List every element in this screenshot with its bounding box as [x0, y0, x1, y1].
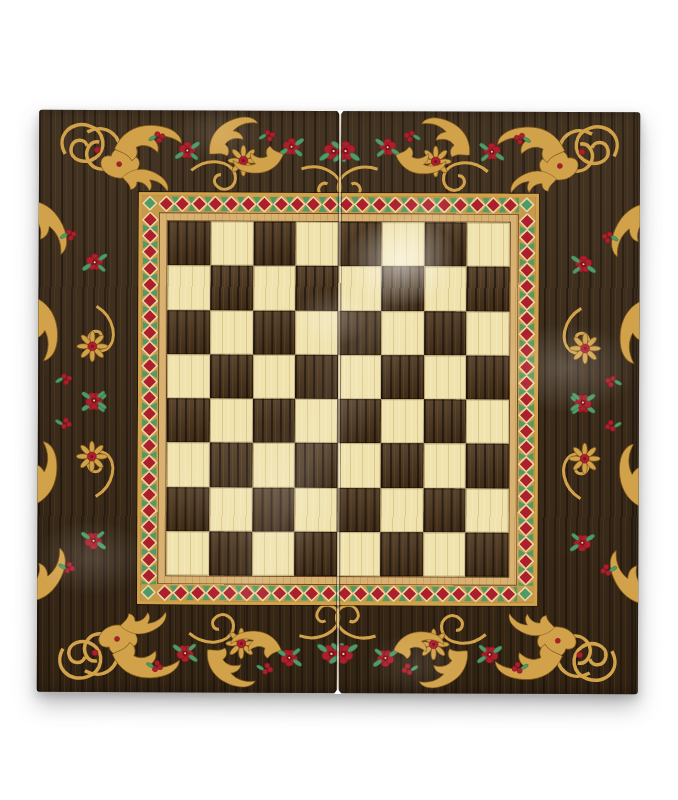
board-square[interactable] — [252, 399, 295, 443]
diamond-cell — [470, 197, 486, 214]
board-square[interactable] — [296, 266, 339, 310]
diamond-cell — [371, 196, 387, 213]
diamond-cell — [141, 487, 158, 503]
frame-corner — [142, 195, 159, 212]
diamond-cell — [157, 584, 173, 601]
diamond-cell — [306, 196, 322, 213]
diamond-cell — [141, 471, 158, 487]
diamond-cell — [403, 585, 419, 602]
diamond-cell — [304, 585, 320, 602]
diamond-cell — [140, 552, 157, 568]
diamond-cell — [484, 586, 500, 603]
diamond-cell — [190, 584, 206, 601]
diamond-cell — [502, 197, 518, 214]
diamond-cell — [141, 358, 158, 374]
board-square[interactable] — [424, 267, 467, 311]
diamond-cell — [518, 440, 535, 456]
diamond-cell — [142, 228, 159, 244]
diamond-cell — [141, 309, 158, 325]
board-square[interactable] — [380, 488, 423, 532]
diamond-cell — [337, 585, 353, 602]
diamond-cell — [518, 392, 535, 408]
diamond-cell — [435, 585, 451, 602]
board-square[interactable] — [337, 487, 380, 531]
diamond-cell — [518, 473, 535, 489]
board-square[interactable] — [338, 310, 381, 354]
diamond-cell — [468, 586, 484, 603]
diamond-cell — [518, 489, 535, 505]
board-square[interactable] — [338, 355, 381, 399]
board-square[interactable] — [167, 398, 210, 442]
board-square[interactable] — [466, 400, 509, 444]
board-square[interactable] — [166, 531, 209, 575]
diamond-cell — [140, 503, 157, 519]
diamond-cell — [239, 585, 255, 602]
diamond-cell — [206, 584, 222, 601]
board-square[interactable] — [253, 266, 296, 310]
diamond-cell — [141, 342, 158, 358]
diamond-cell — [159, 195, 175, 212]
diamond-cell — [518, 424, 535, 440]
diamond-cell — [437, 196, 453, 213]
board-square[interactable] — [253, 354, 296, 398]
diamond-cell — [141, 422, 158, 438]
board-square[interactable] — [296, 222, 339, 266]
board-square[interactable] — [381, 222, 424, 266]
diamond-band-left — [140, 212, 159, 584]
board-square[interactable] — [209, 531, 252, 575]
diamond-cell — [519, 262, 536, 278]
board-square[interactable] — [294, 532, 337, 576]
board-square[interactable] — [210, 310, 253, 354]
board-square[interactable] — [210, 266, 253, 310]
board-square[interactable] — [338, 399, 381, 443]
board-square[interactable] — [465, 532, 508, 576]
diamond-cell — [353, 585, 369, 602]
diamond-cell — [339, 196, 355, 213]
diamond-cell — [142, 244, 159, 260]
board-square[interactable] — [252, 531, 295, 575]
board-square[interactable] — [466, 488, 509, 532]
diamond-cell — [404, 196, 420, 213]
frame-corner — [519, 197, 536, 214]
board-square[interactable] — [295, 310, 338, 354]
diamond-cell — [517, 505, 534, 521]
board-square[interactable] — [252, 487, 295, 531]
board-square[interactable] — [467, 267, 510, 311]
board-square[interactable] — [423, 399, 466, 443]
page-background — [0, 0, 678, 800]
chess-board — [37, 110, 641, 695]
board-square[interactable] — [295, 399, 338, 443]
diamond-cell — [223, 584, 239, 601]
diamond-cell — [518, 327, 535, 343]
board-square[interactable] — [338, 443, 381, 487]
board-square[interactable] — [337, 532, 380, 576]
board-square[interactable] — [424, 355, 467, 399]
diamond-cell — [517, 537, 534, 553]
board-square[interactable] — [338, 266, 381, 310]
frame-corner — [140, 584, 157, 601]
diamond-cell — [140, 519, 157, 535]
board-square[interactable] — [166, 487, 209, 531]
diamond-cell — [452, 585, 468, 602]
diamond-cell — [273, 196, 289, 213]
diamond-cell — [321, 585, 337, 602]
diamond-cell — [142, 261, 159, 277]
diamond-cell — [192, 195, 208, 212]
board-square[interactable] — [252, 443, 295, 487]
diamond-cell — [518, 278, 535, 294]
board-square[interactable] — [466, 311, 509, 355]
diamond-cell — [355, 196, 371, 213]
diamond-cell — [141, 293, 158, 309]
diamond-cell — [370, 585, 386, 602]
diamond-cell — [519, 246, 536, 262]
diamond-cell — [257, 196, 273, 213]
diamond-cell — [388, 196, 404, 213]
diamond-cell — [255, 585, 271, 602]
board-square[interactable] — [167, 443, 210, 487]
board-square[interactable] — [209, 487, 252, 531]
board-square[interactable] — [380, 443, 423, 487]
diamond-cell — [141, 374, 158, 390]
diamond-cell — [208, 195, 224, 212]
diamond-cell — [141, 439, 158, 455]
board-square[interactable] — [423, 488, 466, 532]
diamond-cell — [486, 197, 502, 214]
board-square[interactable] — [381, 355, 424, 399]
board-square[interactable] — [295, 487, 338, 531]
board-square[interactable] — [466, 444, 509, 488]
board-square[interactable] — [167, 310, 210, 354]
frame-corner — [517, 586, 534, 603]
board-square[interactable] — [381, 266, 424, 310]
diamond-cell — [288, 585, 304, 602]
diamond-cell — [290, 196, 306, 213]
diamond-cell — [518, 295, 535, 311]
diamond-cell — [518, 359, 535, 375]
diamond-cell — [518, 376, 535, 392]
diamond-cell — [142, 212, 159, 228]
board-square[interactable] — [423, 444, 466, 488]
board-square[interactable] — [295, 355, 338, 399]
diamond-cell — [453, 196, 469, 213]
diamond-cell — [518, 343, 535, 359]
diamond-cell — [518, 456, 535, 472]
board-square[interactable] — [253, 222, 296, 266]
board-square[interactable] — [424, 311, 467, 355]
board-square[interactable] — [210, 354, 253, 398]
board-square[interactable] — [167, 266, 210, 310]
diamond-cell — [173, 584, 189, 601]
board-square[interactable] — [295, 443, 338, 487]
diamond-cell — [322, 196, 338, 213]
diamond-cell — [241, 196, 257, 213]
board-square[interactable] — [381, 399, 424, 443]
diamond-cell — [421, 196, 437, 213]
diamond-cell — [141, 325, 158, 341]
board-square[interactable] — [380, 532, 423, 576]
board-square[interactable] — [423, 532, 466, 576]
board-square[interactable] — [424, 222, 467, 266]
diamond-cell — [141, 277, 158, 293]
board-square[interactable] — [339, 222, 382, 266]
diamond-cell — [517, 521, 534, 537]
diamond-cell — [140, 568, 157, 584]
diamond-cell — [517, 553, 534, 569]
board-square[interactable] — [467, 223, 510, 267]
diamond-cell — [519, 230, 536, 246]
diamond-cell — [141, 406, 158, 422]
diamond-cell — [141, 455, 158, 471]
board-square[interactable] — [168, 221, 211, 265]
diamond-cell — [419, 585, 435, 602]
diamond-cell — [518, 311, 535, 327]
diamond-cell — [140, 536, 157, 552]
board-square[interactable] — [210, 398, 253, 442]
diamond-cell — [141, 390, 158, 406]
board-square[interactable] — [167, 354, 210, 398]
diamond-cell — [175, 195, 191, 212]
diamond-band-right — [517, 214, 536, 586]
diamond-cell — [519, 214, 536, 230]
diamond-cell — [501, 586, 517, 603]
board-square[interactable] — [253, 310, 296, 354]
board-square[interactable] — [466, 355, 509, 399]
board-square[interactable] — [381, 311, 424, 355]
board-square[interactable] — [210, 221, 253, 265]
diamond-cell — [517, 570, 534, 586]
board-square[interactable] — [209, 443, 252, 487]
diamond-cell — [224, 195, 240, 212]
diamond-cell — [518, 408, 535, 424]
diamond-cell — [272, 585, 288, 602]
diamond-cell — [386, 585, 402, 602]
